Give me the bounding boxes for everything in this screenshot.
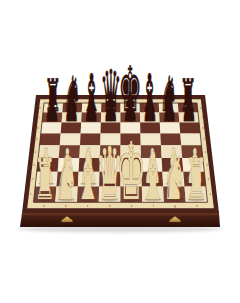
piece-black-pawn-e7: ♟ — [123, 83, 138, 130]
rank-label-right-8: 8 — [200, 106, 202, 110]
piece-black-pawn-a7: ♟ — [44, 83, 59, 130]
piece-black-pawn-f7: ♟ — [142, 83, 157, 130]
rank-label-left-1: 1 — [30, 192, 32, 196]
piece-white-rook-h1: ♜ — [186, 146, 208, 212]
rank-label-right-1: 1 — [209, 192, 211, 196]
rank-label-left-6: 6 — [37, 126, 39, 130]
piece-black-pawn-b7: ♟ — [64, 83, 79, 130]
piece-black-pawn-h7: ♟ — [181, 83, 196, 130]
rank-label-right-6: 6 — [202, 126, 204, 130]
rank-label-left-8: 8 — [39, 106, 41, 110]
rank-label-right-2: 2 — [208, 177, 210, 181]
chess-board-scene: aabbccddeeffgghh8877665544332211♜♞♝♛♚♝♞♜… — [0, 0, 240, 303]
piece-white-rook-a1: ♜ — [34, 146, 56, 212]
piece-white-knight-b1: ♞ — [55, 142, 78, 214]
piece-white-knight-g1: ♞ — [163, 142, 186, 214]
piece-black-pawn-c7: ♟ — [83, 83, 98, 130]
rank-label-right-7: 7 — [201, 116, 203, 120]
chess-set-product-photo: aabbccddeeffgghh8877665544332211♜♞♝♛♚♝♞♜… — [0, 0, 240, 303]
piece-black-pawn-d7: ♟ — [103, 83, 118, 130]
piece-black-pawn-g7: ♟ — [162, 83, 177, 130]
piece-white-bishop-f1: ♝ — [141, 138, 166, 215]
rank-label-left-7: 7 — [38, 116, 40, 120]
